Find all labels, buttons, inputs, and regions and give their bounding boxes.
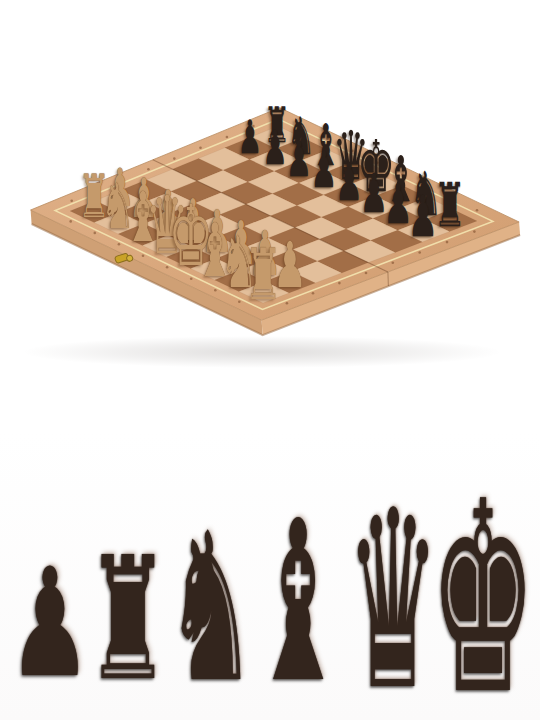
chess-set-product-photo: ♜♞♝♛♚♝♞♜♟♟♟♟♟♟♟♟♟♟♟♟♟♟♟♟♜♞♝♛♚♝♞♜ ♟ ♜ ♞ ♝… — [0, 0, 540, 720]
showcase-piece-knight: ♞ — [165, 506, 257, 711]
showcase-piece-king: ♚ — [430, 467, 537, 720]
showcase-piece-pawn: ♟ — [8, 548, 91, 698]
piece-black-pawn-d7: ♟ — [310, 145, 337, 196]
showcase-piece-rook: ♜ — [86, 534, 170, 704]
piece-black-pawn-h7: ♟ — [408, 188, 439, 245]
piece-black-pawn-b7: ♟ — [262, 124, 288, 172]
piece-white-rook-h1: ♜ — [244, 238, 282, 309]
showcase-piece-bishop: ♝ — [250, 491, 346, 713]
piece-black-pawn-c7: ♟ — [286, 135, 312, 184]
showcase-piece-queen: ♛ — [347, 478, 440, 720]
piece-black-rook-h8: ♜ — [434, 174, 467, 235]
board-piece-layer: ♜♞♝♛♚♝♞♜♟♟♟♟♟♟♟♟♟♟♟♟♟♟♟♟♜♞♝♛♚♝♞♜ — [0, 0, 540, 430]
piece-black-pawn-a7: ♟ — [237, 113, 262, 159]
piece-lineup: ♟ ♜ ♞ ♝ ♛ ♚ — [0, 430, 540, 720]
